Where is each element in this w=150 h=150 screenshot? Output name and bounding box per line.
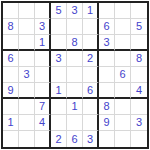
cell-r2c3[interactable]: 3 bbox=[35, 19, 51, 35]
cell-r6c1[interactable]: 9 bbox=[3, 83, 19, 99]
cell-r6c7[interactable] bbox=[99, 83, 115, 99]
given-digit: 1 bbox=[7, 117, 13, 128]
given-digit: 1 bbox=[87, 5, 93, 16]
cell-r8c4[interactable] bbox=[51, 115, 67, 131]
cell-r9c8[interactable] bbox=[115, 131, 131, 147]
cell-r5c6[interactable] bbox=[83, 67, 99, 83]
cell-r4c9[interactable]: 8 bbox=[131, 51, 147, 67]
cell-r7c9[interactable] bbox=[131, 99, 147, 115]
cell-r7c7[interactable]: 8 bbox=[99, 99, 115, 115]
cell-r3c2[interactable] bbox=[19, 35, 35, 51]
cell-r6c2[interactable] bbox=[19, 83, 35, 99]
cell-r7c5[interactable]: 1 bbox=[67, 99, 83, 115]
given-digit: 6 bbox=[71, 134, 77, 145]
cell-r8c1[interactable]: 1 bbox=[3, 115, 19, 131]
cell-r3c9[interactable] bbox=[131, 35, 147, 51]
cell-r6c4[interactable]: 1 bbox=[51, 83, 67, 99]
cell-r8c3[interactable]: 4 bbox=[35, 115, 51, 131]
cell-r5c5[interactable] bbox=[67, 67, 83, 83]
cell-r3c6[interactable] bbox=[83, 35, 99, 51]
given-digit: 3 bbox=[103, 37, 109, 48]
given-digit: 4 bbox=[39, 117, 45, 128]
cell-r1c3[interactable] bbox=[35, 3, 51, 19]
cell-r3c4[interactable] bbox=[51, 35, 67, 51]
cell-r8c9[interactable]: 3 bbox=[131, 115, 147, 131]
cell-r9c6[interactable]: 3 bbox=[83, 131, 99, 147]
cell-r8c5[interactable] bbox=[67, 115, 83, 131]
given-digit: 7 bbox=[39, 101, 45, 112]
cell-r4c3[interactable] bbox=[35, 51, 51, 67]
cell-r6c3[interactable] bbox=[35, 83, 51, 99]
cell-r1c5[interactable]: 3 bbox=[67, 3, 83, 19]
given-digit: 1 bbox=[55, 85, 61, 96]
cell-r2c5[interactable] bbox=[67, 19, 83, 35]
given-digit: 2 bbox=[55, 134, 61, 145]
cell-r1c8[interactable] bbox=[115, 3, 131, 19]
cell-r3c5[interactable]: 8 bbox=[67, 35, 83, 51]
cell-r6c6[interactable]: 6 bbox=[83, 83, 99, 99]
cell-r3c3[interactable]: 1 bbox=[35, 35, 51, 51]
cell-r5c2[interactable]: 3 bbox=[19, 67, 35, 83]
cell-r2c1[interactable]: 8 bbox=[3, 19, 19, 35]
cell-r4c6[interactable]: 2 bbox=[83, 51, 99, 67]
cell-r3c1[interactable] bbox=[3, 35, 19, 51]
given-digit: 8 bbox=[71, 37, 77, 48]
cell-r5c9[interactable] bbox=[131, 67, 147, 83]
cell-r8c8[interactable] bbox=[115, 115, 131, 131]
cell-r4c2[interactable] bbox=[19, 51, 35, 67]
cell-r9c7[interactable] bbox=[99, 131, 115, 147]
cell-r9c3[interactable] bbox=[35, 131, 51, 147]
given-digit: 2 bbox=[87, 53, 93, 64]
cell-r1c6[interactable]: 1 bbox=[83, 3, 99, 19]
cell-r7c6[interactable] bbox=[83, 99, 99, 115]
cell-r2c2[interactable] bbox=[19, 19, 35, 35]
cell-r6c5[interactable] bbox=[67, 83, 83, 99]
cell-r8c7[interactable]: 9 bbox=[99, 115, 115, 131]
cell-r7c8[interactable] bbox=[115, 99, 131, 115]
given-digit: 6 bbox=[119, 69, 125, 80]
cell-r4c8[interactable] bbox=[115, 51, 131, 67]
cell-r4c1[interactable]: 6 bbox=[3, 51, 19, 67]
given-digit: 1 bbox=[39, 37, 45, 48]
cell-r3c7[interactable]: 3 bbox=[99, 35, 115, 51]
cell-r7c3[interactable]: 7 bbox=[35, 99, 51, 115]
given-digit: 6 bbox=[103, 21, 109, 32]
given-digit: 9 bbox=[7, 85, 13, 96]
cell-r3c8[interactable] bbox=[115, 35, 131, 51]
cell-r5c8[interactable]: 6 bbox=[115, 67, 131, 83]
cell-r4c4[interactable]: 3 bbox=[51, 51, 67, 67]
cell-r1c7[interactable] bbox=[99, 3, 115, 19]
given-digit: 3 bbox=[87, 134, 93, 145]
given-digit: 5 bbox=[55, 5, 61, 16]
cell-r2c9[interactable]: 5 bbox=[131, 19, 147, 35]
cell-r7c4[interactable] bbox=[51, 99, 67, 115]
cell-r4c5[interactable] bbox=[67, 51, 83, 67]
given-digit: 4 bbox=[136, 85, 142, 96]
given-digit: 3 bbox=[55, 53, 61, 64]
cell-r5c4[interactable] bbox=[51, 67, 67, 83]
cell-r2c8[interactable] bbox=[115, 19, 131, 35]
cell-r1c2[interactable] bbox=[19, 3, 35, 19]
given-digit: 3 bbox=[71, 5, 77, 16]
given-digit: 3 bbox=[39, 21, 45, 32]
given-digit: 8 bbox=[103, 101, 109, 112]
cell-r6c8[interactable] bbox=[115, 83, 131, 99]
given-digit: 3 bbox=[136, 117, 142, 128]
cell-r1c4[interactable]: 5 bbox=[51, 3, 67, 19]
cell-r2c7[interactable]: 6 bbox=[99, 19, 115, 35]
cell-r8c6[interactable] bbox=[83, 115, 99, 131]
cell-r9c5[interactable]: 6 bbox=[67, 131, 83, 147]
cell-r1c1[interactable] bbox=[3, 3, 19, 19]
cell-r9c2[interactable] bbox=[19, 131, 35, 147]
cell-r5c7[interactable] bbox=[99, 67, 115, 83]
cell-r2c4[interactable] bbox=[51, 19, 67, 35]
cell-r5c1[interactable] bbox=[3, 67, 19, 83]
given-digit: 9 bbox=[103, 117, 109, 128]
sudoku-board: 531836518363283691647181493263 bbox=[1, 1, 149, 149]
cell-r7c2[interactable] bbox=[19, 99, 35, 115]
given-digit: 8 bbox=[7, 21, 13, 32]
cell-r2c6[interactable] bbox=[83, 19, 99, 35]
cell-r1c9[interactable] bbox=[131, 3, 147, 19]
given-digit: 6 bbox=[7, 53, 13, 64]
cell-r5c3[interactable] bbox=[35, 67, 51, 83]
cell-r9c4[interactable]: 2 bbox=[51, 131, 67, 147]
given-digit: 8 bbox=[136, 53, 142, 64]
cell-r8c2[interactable] bbox=[19, 115, 35, 131]
cell-r7c1[interactable] bbox=[3, 99, 19, 115]
given-digit: 1 bbox=[71, 101, 77, 112]
given-digit: 6 bbox=[87, 85, 93, 96]
given-digit: 5 bbox=[136, 21, 142, 32]
cell-r9c1[interactable] bbox=[3, 131, 19, 147]
given-digit: 3 bbox=[23, 69, 29, 80]
cell-r6c9[interactable]: 4 bbox=[131, 83, 147, 99]
cell-r9c9[interactable] bbox=[131, 131, 147, 147]
cell-r4c7[interactable] bbox=[99, 51, 115, 67]
